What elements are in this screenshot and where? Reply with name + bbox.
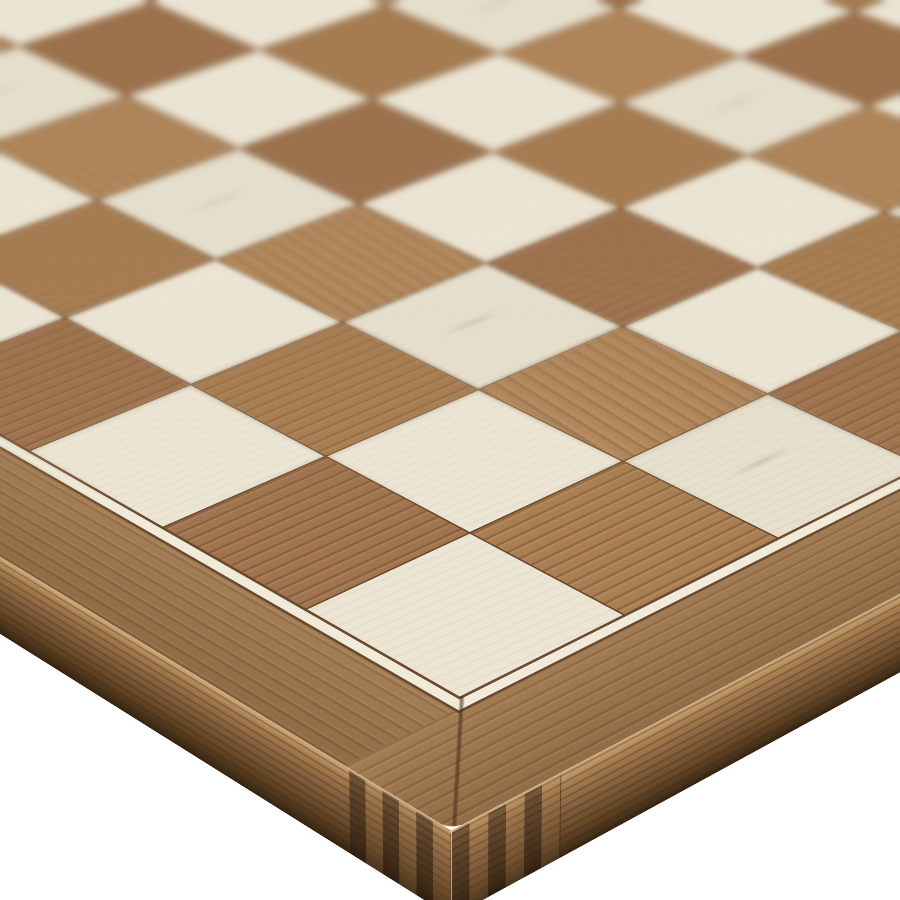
square-g6[interactable] bbox=[886, 160, 900, 271]
square-g3[interactable] bbox=[480, 327, 766, 460]
square-h4[interactable] bbox=[769, 332, 900, 466]
square-f2[interactable] bbox=[193, 323, 477, 455]
square-d3[interactable] bbox=[99, 149, 357, 259]
square-d1[interactable] bbox=[0, 256, 64, 379]
square-f4[interactable] bbox=[488, 209, 756, 326]
square-g5[interactable] bbox=[759, 212, 900, 330]
chessboard bbox=[0, 0, 900, 831]
frame-near-strip bbox=[0, 103, 566, 830]
square-e2[interactable] bbox=[67, 260, 342, 384]
square-f5[interactable] bbox=[622, 156, 883, 267]
square-g4[interactable] bbox=[624, 268, 900, 393]
square-f3[interactable] bbox=[345, 264, 621, 388]
square-h1[interactable] bbox=[307, 533, 623, 696]
square-g2[interactable] bbox=[327, 390, 621, 532]
square-c2[interactable] bbox=[0, 145, 96, 254]
photo-scene bbox=[0, 0, 900, 900]
square-d2[interactable] bbox=[0, 201, 215, 317]
square-e3[interactable] bbox=[218, 205, 485, 322]
frame-right-strip bbox=[345, 134, 900, 830]
square-g1[interactable] bbox=[164, 457, 468, 609]
square-e1[interactable] bbox=[0, 318, 189, 450]
square-f1[interactable] bbox=[31, 385, 324, 526]
square-h2[interactable] bbox=[471, 462, 776, 614]
playing-field bbox=[0, 0, 900, 697]
square-e4[interactable] bbox=[360, 153, 619, 263]
frame-miter-joint bbox=[452, 697, 464, 831]
square-h3[interactable] bbox=[625, 395, 900, 537]
